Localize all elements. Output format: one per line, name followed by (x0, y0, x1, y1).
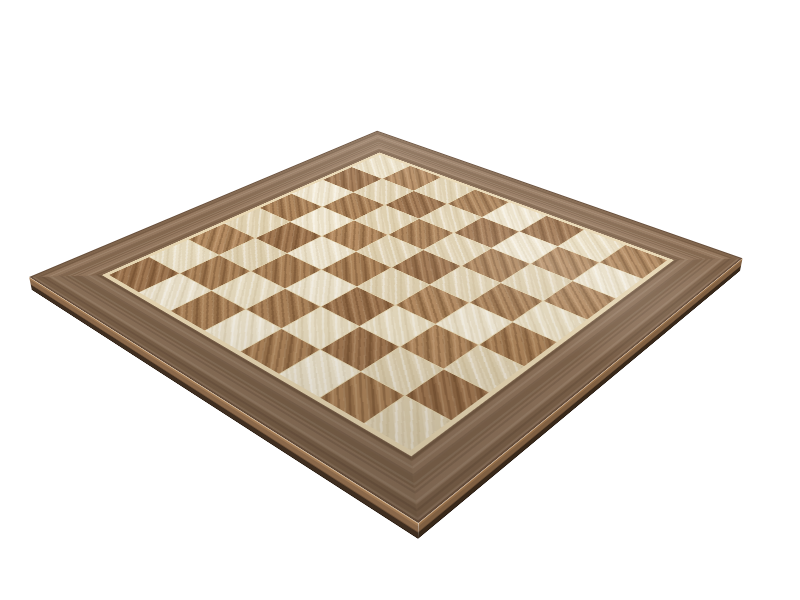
photo-background (0, 0, 800, 600)
chess-board (29, 131, 742, 524)
board-scene (139, 15, 644, 520)
squares-grid (109, 155, 667, 450)
playing-field (102, 152, 674, 456)
board-top-face (29, 131, 742, 524)
